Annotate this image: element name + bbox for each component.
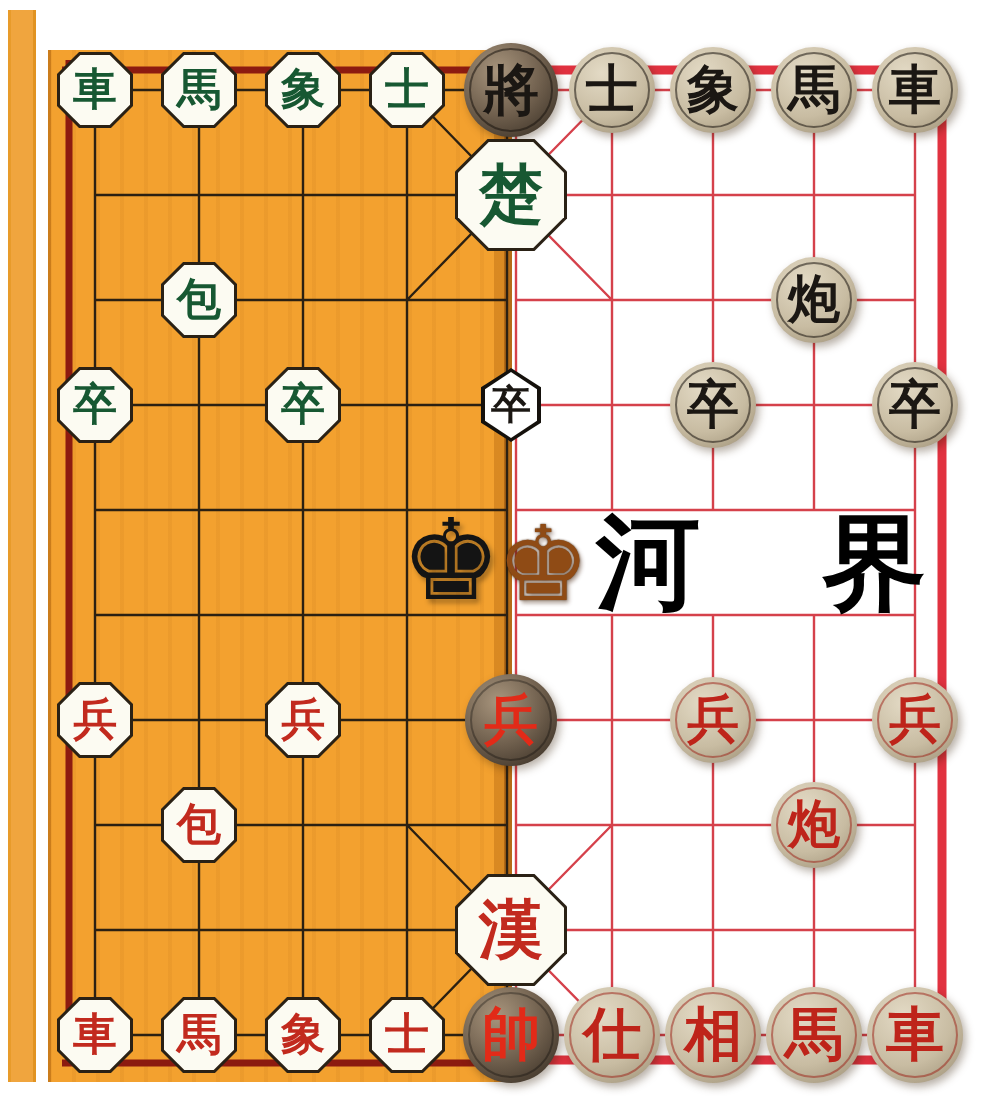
piece-janggi-green-soldier-f1r4[interactable]: 卒	[57, 367, 133, 443]
piece-character: 仕	[583, 1006, 641, 1064]
piece-character: 炮	[788, 274, 840, 326]
piece-character: 士	[586, 64, 638, 116]
piece-character: 車	[886, 1006, 944, 1064]
piece-janggi-general-cho-f5r2[interactable]: 楚	[455, 139, 567, 251]
piece-character: 楚	[479, 163, 543, 227]
board-layer: 車馬象士將士象馬車楚包炮卒卒卒卒卒兵兵兵兵兵包炮漢車馬象士帥仕相馬車♚♚河界	[0, 0, 995, 1117]
river-char-jie: 界	[822, 511, 926, 615]
piece-character: 車	[73, 1013, 117, 1057]
piece-character: 卒	[281, 383, 325, 427]
piece-character: 將	[483, 62, 539, 118]
piece-character: 象	[281, 68, 325, 112]
piece-character: 象	[687, 64, 739, 116]
piece-janggi-green-guard-f4r1[interactable]: 士	[369, 52, 445, 128]
piece-xiangqi-red-cannon-f8r8[interactable]: 炮	[771, 782, 857, 868]
piece-xiangqi-red-soldier-f9r7[interactable]: 兵	[872, 677, 958, 763]
piece-character: 炮	[788, 799, 840, 851]
piece-janggi-red-chariot-f1r10[interactable]: 車	[57, 997, 133, 1073]
piece-xiangqi-red-soldier-f7r7[interactable]: 兵	[670, 677, 756, 763]
piece-character: 卒	[687, 379, 739, 431]
piece-character: 車	[73, 68, 117, 112]
piece-seam-soldier-outline-f5r4[interactable]: 卒	[481, 368, 541, 442]
piece-janggi-general-han-f5r9[interactable]: 漢	[455, 874, 567, 986]
piece-character: 兵	[73, 698, 117, 742]
piece-xiangqi-red-soldier-dark-f5r7[interactable]: 兵	[465, 674, 557, 766]
piece-character: 卒	[889, 379, 941, 431]
chess-king-brown-icon: ♚	[496, 512, 589, 616]
piece-character: 車	[889, 64, 941, 116]
piece-xiangqi-black-chariot-f9r1[interactable]: 車	[872, 47, 958, 133]
piece-character: 兵	[281, 698, 325, 742]
piece-character: 相	[684, 1006, 742, 1064]
chess-king-black-icon: ♚	[401, 504, 501, 616]
piece-character: 士	[385, 1013, 429, 1057]
piece-xiangqi-red-elephant-f7r10[interactable]: 相	[665, 987, 761, 1083]
piece-janggi-red-soldier-f3r7[interactable]: 兵	[265, 682, 341, 758]
piece-character: 包	[177, 803, 221, 847]
piece-xiangqi-black-horse-f8r1[interactable]: 馬	[771, 47, 857, 133]
piece-xiangqi-red-advisor-f6r10[interactable]: 仕	[564, 987, 660, 1083]
piece-janggi-red-cannon-f2r8[interactable]: 包	[161, 787, 237, 863]
piece-janggi-green-elephant-f3r1[interactable]: 象	[265, 52, 341, 128]
piece-xiangqi-black-advisor-f6r1[interactable]: 士	[569, 47, 655, 133]
piece-character: 馬	[177, 68, 221, 112]
piece-character: 象	[281, 1013, 325, 1057]
piece-xiangqi-black-soldier-f7r4[interactable]: 卒	[670, 362, 756, 448]
piece-janggi-green-horse-f2r1[interactable]: 馬	[161, 52, 237, 128]
piece-janggi-red-soldier-f1r7[interactable]: 兵	[57, 682, 133, 758]
piece-character: 卒	[73, 383, 117, 427]
piece-janggi-green-chariot-f1r1[interactable]: 車	[57, 52, 133, 128]
piece-janggi-green-cannon-f2r3[interactable]: 包	[161, 262, 237, 338]
piece-character: 漢	[479, 898, 543, 962]
piece-character: 兵	[484, 693, 538, 747]
piece-xiangqi-red-chariot-f9r10[interactable]: 車	[867, 987, 963, 1083]
piece-xiangqi-red-horse-f8r10[interactable]: 馬	[766, 987, 862, 1083]
piece-character: 馬	[177, 1013, 221, 1057]
piece-xiangqi-black-soldier-f9r4[interactable]: 卒	[872, 362, 958, 448]
piece-xiangqi-black-cannon-f8r3[interactable]: 炮	[771, 257, 857, 343]
piece-character: 兵	[889, 694, 941, 746]
piece-character: 帥	[482, 1006, 540, 1064]
piece-janggi-red-guard-f4r10[interactable]: 士	[369, 997, 445, 1073]
piece-character: 馬	[785, 1006, 843, 1064]
piece-xiangqi-black-general-f5r1[interactable]: 將	[464, 43, 558, 137]
piece-character: 兵	[687, 694, 739, 746]
piece-janggi-red-elephant-f3r10[interactable]: 象	[265, 997, 341, 1073]
piece-character: 馬	[788, 64, 840, 116]
piece-character: 卒	[491, 385, 531, 425]
page-background: 車馬象士將士象馬車楚包炮卒卒卒卒卒兵兵兵兵兵包炮漢車馬象士帥仕相馬車♚♚河界	[0, 0, 995, 1117]
piece-character: 包	[177, 278, 221, 322]
river-char-he: 河	[596, 510, 700, 614]
piece-janggi-green-soldier-f3r4[interactable]: 卒	[265, 367, 341, 443]
piece-character: 士	[385, 68, 429, 112]
piece-xiangqi-black-elephant-f7r1[interactable]: 象	[670, 47, 756, 133]
piece-janggi-red-horse-f2r10[interactable]: 馬	[161, 997, 237, 1073]
piece-xiangqi-red-general-f5r10[interactable]: 帥	[463, 987, 559, 1083]
